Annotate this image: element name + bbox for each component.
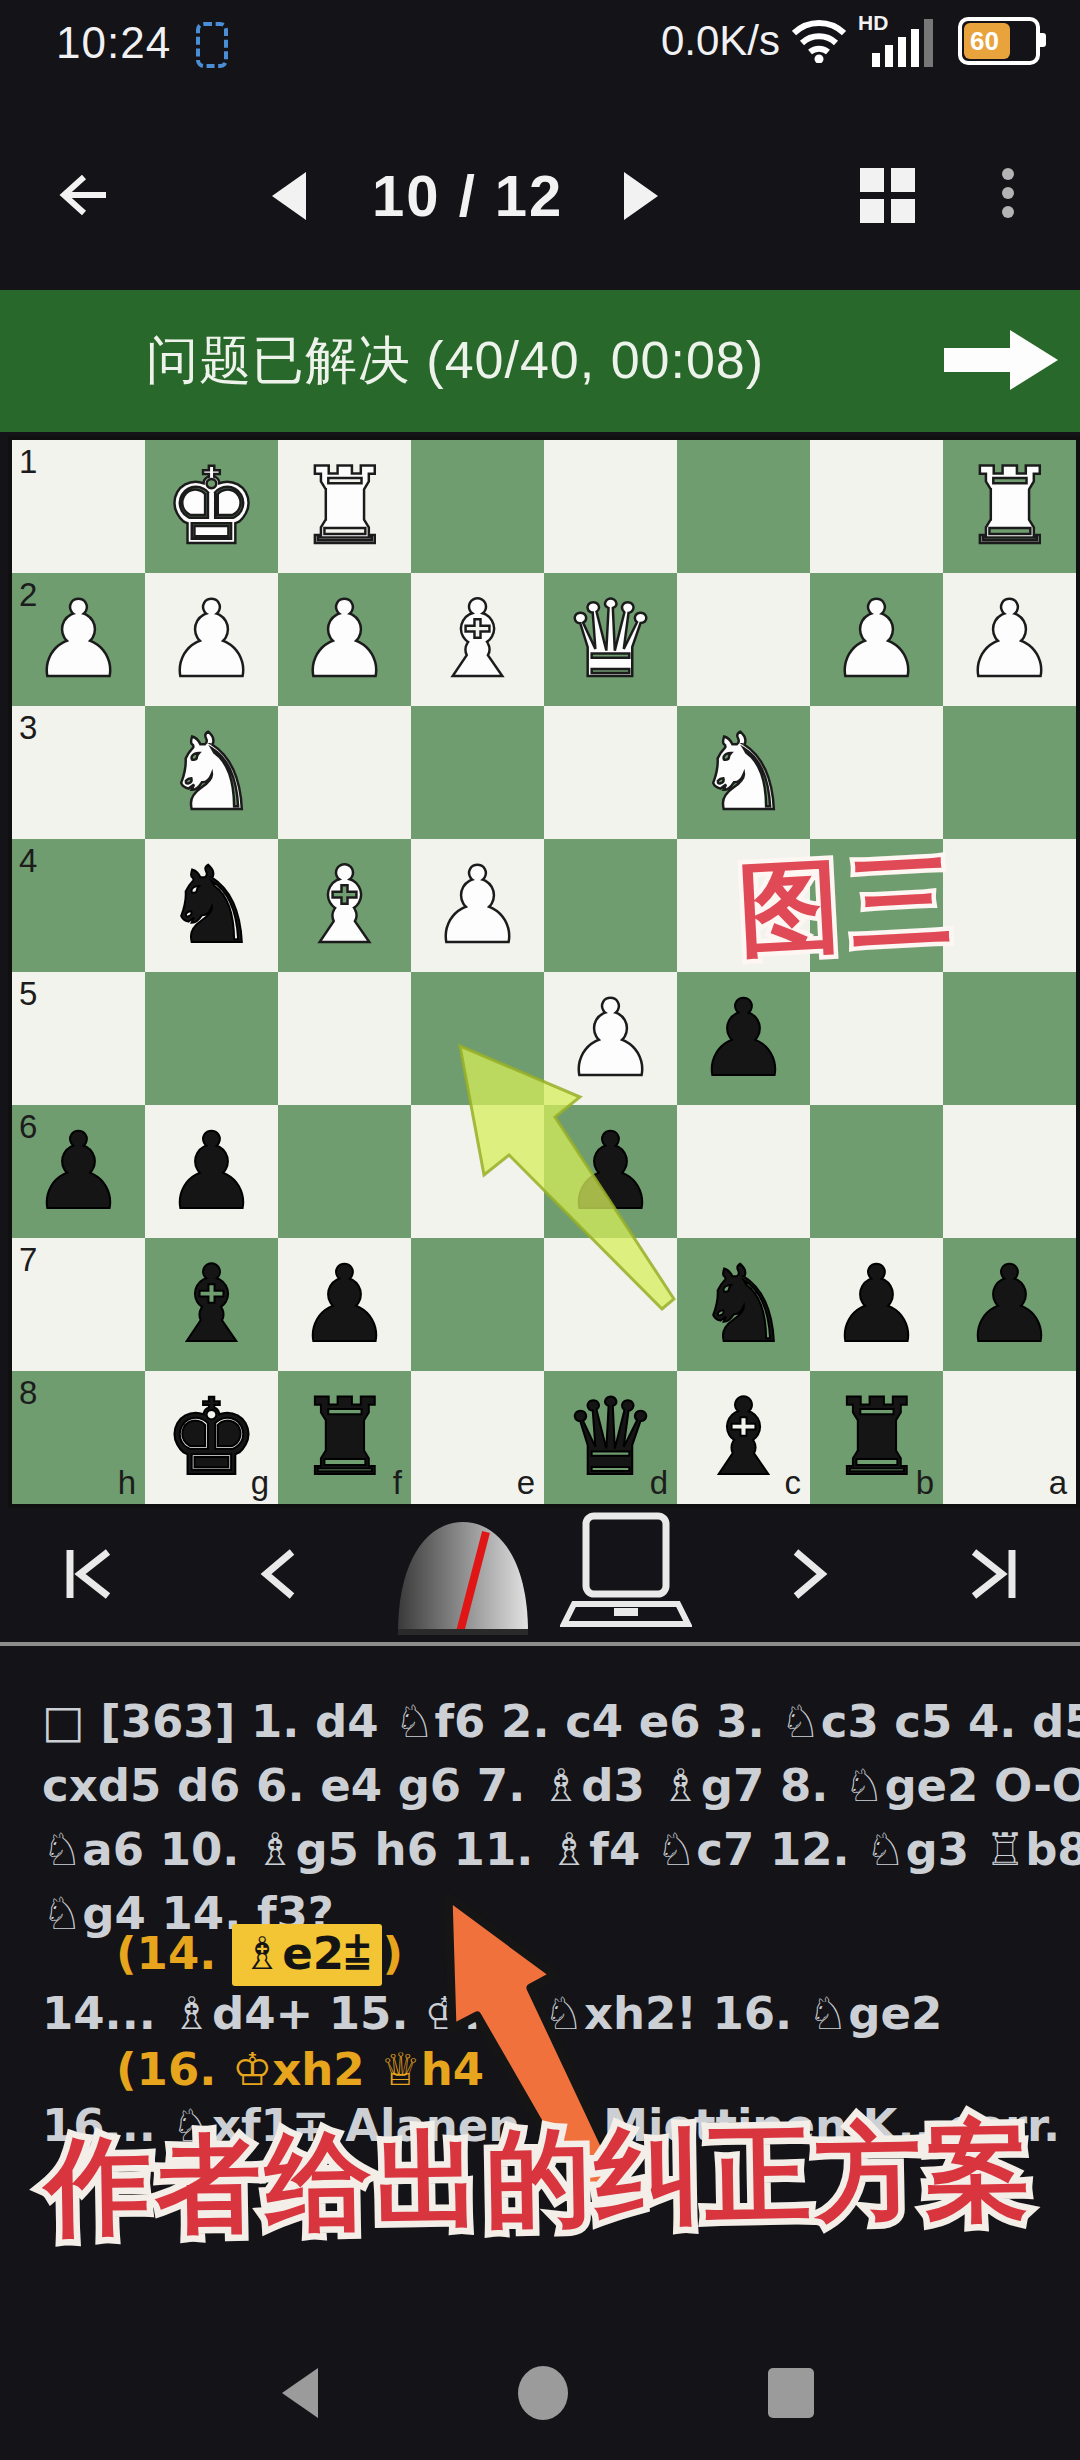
square-c2[interactable]	[677, 573, 810, 706]
square-c8[interactable]: ♝c	[677, 1371, 810, 1504]
rank-label: 2	[19, 576, 37, 614]
square-f7[interactable]: ♟	[278, 1238, 411, 1371]
white-n-piece[interactable]: ♞	[677, 706, 810, 839]
square-g3[interactable]: ♞	[145, 706, 278, 839]
square-b8[interactable]: ♜b	[810, 1371, 943, 1504]
network-speed: 0.0K/s	[661, 17, 780, 65]
square-h1[interactable]: 1	[12, 440, 145, 573]
square-g7[interactable]: ♝	[145, 1238, 278, 1371]
square-g4[interactable]: ♞	[145, 839, 278, 972]
black-n-piece[interactable]: ♞	[677, 1238, 810, 1371]
prev-problem-button[interactable]	[272, 172, 306, 220]
square-e8[interactable]: e	[411, 1371, 544, 1504]
square-b1[interactable]	[810, 440, 943, 573]
square-a5[interactable]	[943, 972, 1076, 1105]
white-k-piece[interactable]: ♚	[145, 440, 278, 573]
variation-line: (14. ♗e2⩲)	[42, 1924, 1060, 1986]
file-label: e	[517, 1464, 535, 1502]
overflow-menu-icon[interactable]	[1002, 168, 1014, 218]
variation-line[interactable]: (16. ♔xh2 ♕h4	[42, 2042, 1060, 2098]
square-e4[interactable]: ♟	[411, 839, 544, 972]
square-c3[interactable]: ♞	[677, 706, 810, 839]
phone-screen: 10:24 0.0K/s HD	[0, 0, 1080, 2460]
file-label: c	[785, 1464, 802, 1502]
wifi-icon	[792, 19, 846, 63]
highlighted-move[interactable]: ♗e2⩲	[232, 1924, 382, 1986]
black-p-piece[interactable]: ♟	[544, 1105, 677, 1238]
square-d1[interactable]	[544, 440, 677, 573]
square-a8[interactable]: a	[943, 1371, 1076, 1504]
square-h8[interactable]: 8h	[12, 1371, 145, 1504]
chess-board[interactable]: 1♚♜♜♟2♟♟♝♛♟♟3♞♞4♞♝♟5♟♟♟6♟♟7♝♟♞♟♟8h♚g♜fe♛…	[8, 436, 1080, 1508]
square-a2[interactable]: ♟	[943, 573, 1076, 706]
first-move-icon[interactable]	[62, 1546, 120, 1602]
square-h6[interactable]: ♟6	[12, 1105, 145, 1238]
square-b6[interactable]	[810, 1105, 943, 1238]
rank-label: 6	[19, 1108, 37, 1146]
grid-view-icon[interactable]	[860, 168, 915, 223]
square-f4[interactable]: ♝	[278, 839, 411, 972]
move-list[interactable]: □ [363] 1. d4 ♘f6 2. c4 e6 3. ♘c3 c5 4. …	[42, 1690, 1060, 1946]
black-p-piece[interactable]: ♟	[810, 1238, 943, 1371]
black-r-piece[interactable]: ♜	[278, 1371, 411, 1504]
square-d8[interactable]: ♛d	[544, 1371, 677, 1504]
square-e6[interactable]	[411, 1105, 544, 1238]
square-g1[interactable]: ♚	[145, 440, 278, 573]
battery-percent: 60	[970, 26, 999, 57]
file-label: f	[393, 1464, 402, 1502]
file-label: d	[650, 1464, 668, 1502]
white-n-piece[interactable]: ♞	[145, 706, 278, 839]
rank-label: 1	[19, 443, 37, 481]
solved-banner-text: 问题已解决 (40/40, 00:08)	[0, 290, 910, 432]
white-r-piece[interactable]: ♜	[943, 440, 1076, 573]
rank-label: 3	[19, 709, 37, 747]
next-move-icon[interactable]	[790, 1546, 830, 1602]
square-g8[interactable]: ♚g	[145, 1371, 278, 1504]
square-f3[interactable]	[278, 706, 411, 839]
caption-overlay: 作者给出的纠正方案	[0, 2099, 1080, 2261]
square-h7[interactable]: 7	[12, 1238, 145, 1371]
problem-counter: 10 / 12	[372, 162, 563, 229]
square-a1[interactable]: ♜	[943, 440, 1076, 573]
file-label: h	[118, 1464, 136, 1502]
engine-gauge-icon[interactable]	[388, 1510, 538, 1638]
white-p-piece[interactable]: ♟	[810, 573, 943, 706]
square-c7[interactable]: ♞	[677, 1238, 810, 1371]
square-e2[interactable]: ♝	[411, 573, 544, 706]
solved-banner: 问题已解决 (40/40, 00:08)	[0, 290, 1080, 432]
file-label: b	[916, 1464, 934, 1502]
square-f1[interactable]: ♜	[278, 440, 411, 573]
move-line[interactable]: □ [363] 1. d4 ♘f6 2. c4 e6 3. ♘c3 c5 4. …	[42, 1690, 1060, 1754]
square-d4[interactable]	[544, 839, 677, 972]
square-b3[interactable]	[810, 706, 943, 839]
square-h5[interactable]: 5	[12, 972, 145, 1105]
white-q-piece[interactable]: ♛	[544, 573, 677, 706]
square-g6[interactable]: ♟	[145, 1105, 278, 1238]
black-p-piece[interactable]: ♟	[278, 1238, 411, 1371]
variation-prefix: (14.	[116, 1927, 232, 1980]
square-h2[interactable]: ♟2	[12, 573, 145, 706]
app-toolbar: 10 / 12	[0, 110, 1080, 280]
white-p-piece[interactable]: ♟	[411, 839, 544, 972]
square-f2[interactable]: ♟	[278, 573, 411, 706]
black-p-piece[interactable]: ♟	[943, 1238, 1076, 1371]
banner-next-arrow-icon[interactable]	[944, 324, 1062, 396]
square-h3[interactable]: 3	[12, 706, 145, 839]
square-d3[interactable]	[544, 706, 677, 839]
last-move-icon[interactable]	[962, 1546, 1020, 1602]
rank-label: 8	[19, 1374, 37, 1412]
square-d2[interactable]: ♛	[544, 573, 677, 706]
android-back-icon[interactable]	[282, 2368, 318, 2418]
square-a6[interactable]	[943, 1105, 1076, 1238]
white-b-piece[interactable]: ♝	[411, 573, 544, 706]
black-b-piece[interactable]: ♝	[145, 1238, 278, 1371]
square-c6[interactable]	[677, 1105, 810, 1238]
square-b5[interactable]	[810, 972, 943, 1105]
screen-cast-icon	[196, 22, 228, 68]
white-p-piece[interactable]: ♟	[145, 573, 278, 706]
black-n-piece[interactable]: ♞	[145, 839, 278, 972]
square-f8[interactable]: ♜f	[278, 1371, 411, 1504]
square-f6[interactable]	[278, 1105, 411, 1238]
white-r-piece[interactable]: ♜	[278, 440, 411, 573]
rank-label: 7	[19, 1241, 37, 1279]
file-label: g	[251, 1464, 269, 1502]
clock: 10:24	[56, 18, 171, 68]
square-b2[interactable]: ♟	[810, 573, 943, 706]
square-e5[interactable]	[411, 972, 544, 1105]
android-home-icon[interactable]	[518, 2366, 568, 2420]
android-nav-bar	[0, 2352, 1080, 2432]
signal-bars-icon: HD	[858, 15, 946, 67]
square-c1[interactable]	[677, 440, 810, 573]
square-f5[interactable]	[278, 972, 411, 1105]
move-line[interactable]: 14... ♗d4+ 15. ♔h1 ♘xh2! 16. ♘ge2	[42, 1986, 1060, 2042]
variation-suffix: )	[382, 1927, 403, 1980]
square-g5[interactable]	[145, 972, 278, 1105]
black-p-piece[interactable]: ♟	[145, 1105, 278, 1238]
hd-label: HD	[858, 11, 888, 35]
android-recents-icon[interactable]	[768, 2368, 814, 2418]
square-a3[interactable]	[943, 706, 1076, 839]
black-p-piece[interactable]: ♟	[677, 972, 810, 1105]
next-problem-button[interactable]	[624, 172, 658, 220]
square-e1[interactable]	[411, 440, 544, 573]
square-d7[interactable]	[544, 1238, 677, 1371]
previous-move-icon[interactable]	[258, 1546, 298, 1602]
move-line[interactable]: ♘a6 10. ♗g5 h6 11. ♗f4 ♘c7 12. ♘g3 ♖b8 1…	[42, 1818, 1060, 1882]
computer-analysis-icon[interactable]	[560, 1512, 692, 1636]
square-c5[interactable]: ♟	[677, 972, 810, 1105]
white-p-piece[interactable]: ♟	[544, 972, 677, 1105]
back-arrow-icon[interactable]	[56, 170, 112, 220]
square-e3[interactable]	[411, 706, 544, 839]
playback-controls	[0, 1508, 1080, 1640]
white-b-piece[interactable]: ♝	[278, 839, 411, 972]
square-a7[interactable]: ♟	[943, 1238, 1076, 1371]
square-e7[interactable]	[411, 1238, 544, 1371]
white-p-piece[interactable]: ♟	[278, 573, 411, 706]
square-d5[interactable]: ♟	[544, 972, 677, 1105]
battery-icon: 60	[958, 17, 1040, 65]
rank-label: 4	[19, 842, 37, 880]
figure-label-overlay: 图三	[735, 832, 966, 981]
square-d6[interactable]: ♟	[544, 1105, 677, 1238]
section-divider	[0, 1642, 1080, 1646]
white-p-piece[interactable]: ♟	[943, 573, 1076, 706]
square-b7[interactable]: ♟	[810, 1238, 943, 1371]
file-label: a	[1049, 1464, 1067, 1502]
square-g2[interactable]: ♟	[145, 573, 278, 706]
move-line[interactable]: cxd5 d6 6. e4 g6 7. ♗d3 ♗g7 8. ♘ge2 O-O …	[42, 1754, 1060, 1818]
rank-label: 5	[19, 975, 37, 1013]
status-bar: 10:24 0.0K/s HD	[0, 0, 1080, 82]
square-h4[interactable]: 4	[12, 839, 145, 972]
